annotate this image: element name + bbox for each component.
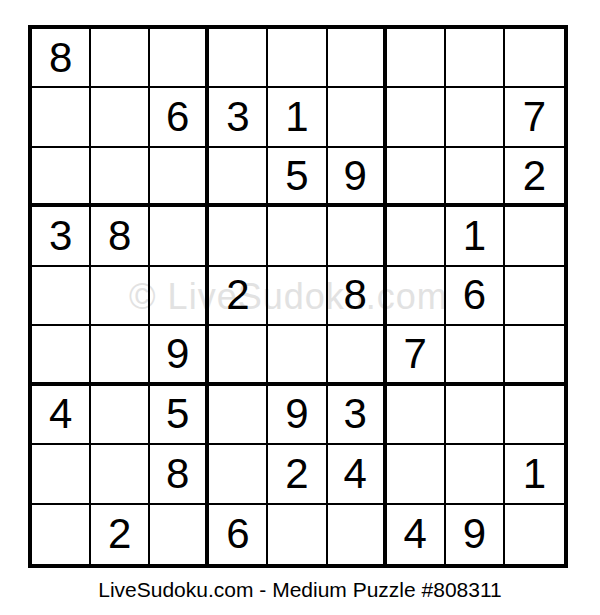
cell-r5c2[interactable]: [91, 267, 150, 326]
cell-r4c4[interactable]: [209, 207, 268, 266]
cell-r6c4[interactable]: [209, 326, 268, 385]
cell-r5c1[interactable]: [32, 267, 91, 326]
cell-r9c8[interactable]: 9: [446, 505, 505, 564]
cell-r3c6[interactable]: 9: [328, 148, 387, 207]
cell-r6c6[interactable]: [328, 326, 387, 385]
cell-r1c5[interactable]: [268, 29, 327, 88]
cell-r7c8[interactable]: [446, 386, 505, 445]
cell-r9c9[interactable]: [505, 505, 564, 564]
cell-r8c7[interactable]: [387, 445, 446, 504]
cell-r2c8[interactable]: [446, 88, 505, 147]
cell-r9c4[interactable]: 6: [209, 505, 268, 564]
cell-r1c1[interactable]: 8: [32, 29, 91, 88]
cell-r6c1[interactable]: [32, 326, 91, 385]
cell-r9c7[interactable]: 4: [387, 505, 446, 564]
cell-r6c3[interactable]: 9: [150, 326, 209, 385]
cell-r8c4[interactable]: [209, 445, 268, 504]
puzzle-caption: LiveSudoku.com - Medium Puzzle #808311: [0, 578, 600, 602]
cell-r2c9[interactable]: 7: [505, 88, 564, 147]
cell-r7c7[interactable]: [387, 386, 446, 445]
cell-r4c3[interactable]: [150, 207, 209, 266]
cell-r3c3[interactable]: [150, 148, 209, 207]
cell-r1c2[interactable]: [91, 29, 150, 88]
cell-r2c5[interactable]: 1: [268, 88, 327, 147]
cell-r1c7[interactable]: [387, 29, 446, 88]
cell-r7c2[interactable]: [91, 386, 150, 445]
cell-r7c6[interactable]: 3: [328, 386, 387, 445]
cell-r1c6[interactable]: [328, 29, 387, 88]
cell-r9c2[interactable]: 2: [91, 505, 150, 564]
cell-r6c8[interactable]: [446, 326, 505, 385]
cell-r8c8[interactable]: [446, 445, 505, 504]
cell-r7c3[interactable]: 5: [150, 386, 209, 445]
cell-r5c6[interactable]: 8: [328, 267, 387, 326]
cell-r8c3[interactable]: 8: [150, 445, 209, 504]
cell-r7c9[interactable]: [505, 386, 564, 445]
sudoku-grid: 8631759238128697459382412649: [32, 29, 564, 564]
cell-r8c2[interactable]: [91, 445, 150, 504]
cell-r7c5[interactable]: 9: [268, 386, 327, 445]
cell-r3c8[interactable]: [446, 148, 505, 207]
cell-r6c5[interactable]: [268, 326, 327, 385]
cell-r4c2[interactable]: 8: [91, 207, 150, 266]
cell-r6c9[interactable]: [505, 326, 564, 385]
cell-r3c2[interactable]: [91, 148, 150, 207]
cell-r4c7[interactable]: [387, 207, 446, 266]
cell-r5c4[interactable]: 2: [209, 267, 268, 326]
cell-r3c5[interactable]: 5: [268, 148, 327, 207]
cell-r5c7[interactable]: [387, 267, 446, 326]
cell-r9c6[interactable]: [328, 505, 387, 564]
cell-r7c4[interactable]: [209, 386, 268, 445]
cell-r9c1[interactable]: [32, 505, 91, 564]
cell-r2c2[interactable]: [91, 88, 150, 147]
sudoku-board: © LiveSudoku.com 86317592381286974593824…: [28, 25, 568, 568]
cell-r2c6[interactable]: [328, 88, 387, 147]
cell-r7c1[interactable]: 4: [32, 386, 91, 445]
cell-r3c7[interactable]: [387, 148, 446, 207]
cell-r2c4[interactable]: 3: [209, 88, 268, 147]
cell-r4c8[interactable]: 1: [446, 207, 505, 266]
cell-r3c4[interactable]: [209, 148, 268, 207]
cell-r4c1[interactable]: 3: [32, 207, 91, 266]
cell-r1c3[interactable]: [150, 29, 209, 88]
cell-r2c1[interactable]: [32, 88, 91, 147]
cell-r6c2[interactable]: [91, 326, 150, 385]
cell-r4c6[interactable]: [328, 207, 387, 266]
cell-r8c5[interactable]: 2: [268, 445, 327, 504]
cell-r5c9[interactable]: [505, 267, 564, 326]
cell-r1c9[interactable]: [505, 29, 564, 88]
cell-r1c4[interactable]: [209, 29, 268, 88]
cell-r5c3[interactable]: [150, 267, 209, 326]
cell-r8c6[interactable]: 4: [328, 445, 387, 504]
cell-r4c5[interactable]: [268, 207, 327, 266]
cell-r5c5[interactable]: [268, 267, 327, 326]
cell-r4c9[interactable]: [505, 207, 564, 266]
cell-r2c3[interactable]: 6: [150, 88, 209, 147]
cell-r5c8[interactable]: 6: [446, 267, 505, 326]
cell-r3c1[interactable]: [32, 148, 91, 207]
cell-r8c9[interactable]: 1: [505, 445, 564, 504]
cell-r8c1[interactable]: [32, 445, 91, 504]
cell-r9c3[interactable]: [150, 505, 209, 564]
cell-r9c5[interactable]: [268, 505, 327, 564]
cell-r6c7[interactable]: 7: [387, 326, 446, 385]
cell-r1c8[interactable]: [446, 29, 505, 88]
cell-r3c9[interactable]: 2: [505, 148, 564, 207]
cell-r2c7[interactable]: [387, 88, 446, 147]
